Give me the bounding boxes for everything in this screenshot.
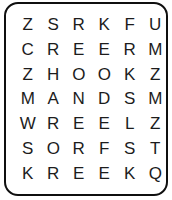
cell-r3c6[interactable]: Z: [143, 62, 169, 87]
cell-r2c1[interactable]: C: [15, 37, 41, 62]
cell-r1c3[interactable]: R: [66, 12, 92, 37]
cell-r7c5[interactable]: K: [117, 161, 143, 186]
cell-r5c1[interactable]: W: [15, 111, 41, 136]
cell-r5c5[interactable]: L: [117, 111, 143, 136]
cell-r2c3[interactable]: E: [66, 37, 92, 62]
word-search-grid: ZSRKFUCREERMZHOOKZMANDSMWREELZSORFSTKREE…: [15, 12, 168, 186]
cell-r4c2[interactable]: A: [41, 87, 67, 112]
cell-r6c1[interactable]: S: [15, 136, 41, 161]
cell-r7c2[interactable]: R: [41, 161, 67, 186]
cell-r1c1[interactable]: Z: [15, 12, 41, 37]
cell-r6c6[interactable]: T: [143, 136, 169, 161]
cell-r6c5[interactable]: S: [117, 136, 143, 161]
cell-r7c4[interactable]: E: [92, 161, 118, 186]
puzzle-frame: ZSRKFUCREERMZHOOKZMANDSMWREELZSORFSTKREE…: [4, 2, 168, 196]
cell-r1c6[interactable]: U: [143, 12, 169, 37]
cell-r3c3[interactable]: O: [66, 62, 92, 87]
cell-r4c6[interactable]: M: [143, 87, 169, 112]
cell-r2c5[interactable]: R: [117, 37, 143, 62]
cell-r1c2[interactable]: S: [41, 12, 67, 37]
cell-r6c4[interactable]: F: [92, 136, 118, 161]
cell-r2c4[interactable]: E: [92, 37, 118, 62]
cell-r3c5[interactable]: K: [117, 62, 143, 87]
cell-r3c1[interactable]: Z: [15, 62, 41, 87]
cell-r2c6[interactable]: M: [143, 37, 169, 62]
cell-r1c5[interactable]: F: [117, 12, 143, 37]
cell-r4c3[interactable]: N: [66, 87, 92, 112]
cell-r4c4[interactable]: D: [92, 87, 118, 112]
cell-r5c2[interactable]: R: [41, 111, 67, 136]
cell-r3c4[interactable]: O: [92, 62, 118, 87]
cell-r5c6[interactable]: Z: [143, 111, 169, 136]
cell-r6c2[interactable]: O: [41, 136, 67, 161]
cell-r5c4[interactable]: E: [92, 111, 118, 136]
cell-r3c2[interactable]: H: [41, 62, 67, 87]
cell-r5c3[interactable]: E: [66, 111, 92, 136]
cell-r1c4[interactable]: K: [92, 12, 118, 37]
cell-r7c3[interactable]: E: [66, 161, 92, 186]
cell-r7c1[interactable]: K: [15, 161, 41, 186]
cell-r7c6[interactable]: Q: [143, 161, 169, 186]
cell-r4c1[interactable]: M: [15, 87, 41, 112]
cell-r2c2[interactable]: R: [41, 37, 67, 62]
cell-r4c5[interactable]: S: [117, 87, 143, 112]
cell-r6c3[interactable]: R: [66, 136, 92, 161]
